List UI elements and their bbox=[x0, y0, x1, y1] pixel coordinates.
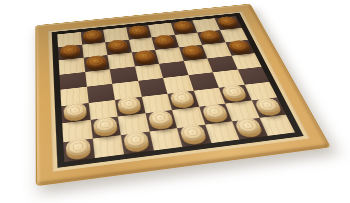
light-checker-piece[interactable] bbox=[117, 96, 142, 116]
piece-top-face bbox=[234, 117, 263, 135]
piece-top-face bbox=[107, 39, 128, 52]
piece-top-face bbox=[64, 102, 88, 119]
piece-top-face bbox=[85, 55, 107, 69]
light-checker-piece[interactable] bbox=[169, 90, 196, 109]
piece-top-face bbox=[117, 96, 142, 112]
piece-top-face bbox=[180, 44, 203, 57]
piece-top-face bbox=[128, 25, 149, 37]
light-checker-piece[interactable] bbox=[66, 138, 92, 161]
piece-top-face bbox=[66, 138, 91, 157]
piece-top-face bbox=[82, 29, 102, 41]
light-checker-piece[interactable] bbox=[179, 124, 208, 146]
board-frame bbox=[35, 4, 331, 187]
light-checker-piece[interactable] bbox=[64, 102, 88, 122]
checkers-board-grid bbox=[57, 16, 295, 162]
piece-top-face bbox=[227, 39, 251, 52]
light-checker-piece[interactable] bbox=[92, 116, 118, 137]
piece-top-face bbox=[221, 84, 248, 100]
piece-top-face bbox=[123, 131, 150, 150]
light-checker-piece[interactable] bbox=[253, 97, 283, 117]
piece-top-face bbox=[169, 90, 195, 106]
square-a1[interactable] bbox=[63, 138, 94, 162]
piece-top-face bbox=[199, 30, 222, 42]
light-checker-piece[interactable] bbox=[201, 103, 230, 123]
square-c1[interactable] bbox=[121, 131, 154, 154]
piece-top-face bbox=[147, 109, 173, 126]
board-scene bbox=[35, 4, 331, 187]
light-checker-piece[interactable] bbox=[147, 109, 174, 130]
board-margin bbox=[48, 11, 310, 172]
board-photo bbox=[0, 0, 350, 203]
light-checker-piece[interactable] bbox=[123, 131, 151, 154]
piece-top-face bbox=[179, 124, 207, 142]
piece-top-face bbox=[92, 116, 117, 134]
piece-top-face bbox=[133, 49, 156, 62]
piece-top-face bbox=[60, 44, 81, 57]
piece-top-face bbox=[153, 34, 175, 46]
piece-top-face bbox=[253, 97, 281, 114]
square-b1[interactable] bbox=[92, 135, 124, 158]
board-border-line bbox=[52, 13, 304, 168]
piece-top-face bbox=[172, 20, 194, 32]
piece-top-face bbox=[216, 16, 239, 27]
piece-top-face bbox=[201, 103, 228, 120]
